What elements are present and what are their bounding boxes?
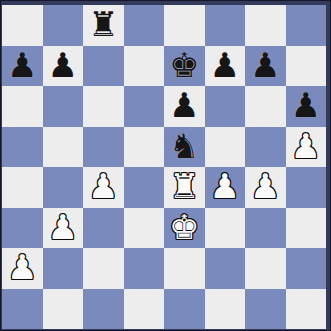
square-a8[interactable] bbox=[2, 5, 43, 46]
square-e1[interactable] bbox=[164, 289, 205, 330]
square-d8[interactable] bbox=[124, 5, 165, 46]
chess-board: ♜♟♟♚♟♟♟♟♞♟♟♜♟♟♟♚♟ bbox=[2, 5, 326, 329]
square-f3[interactable] bbox=[205, 208, 246, 249]
square-g7[interactable]: ♟ bbox=[245, 46, 286, 87]
square-c2[interactable] bbox=[83, 248, 124, 289]
black-pawn[interactable]: ♟ bbox=[291, 88, 321, 122]
square-h2[interactable] bbox=[286, 248, 327, 289]
square-c8[interactable]: ♜ bbox=[83, 5, 124, 46]
square-h7[interactable] bbox=[286, 46, 327, 87]
square-h8[interactable] bbox=[286, 5, 327, 46]
square-g3[interactable] bbox=[245, 208, 286, 249]
square-f6[interactable] bbox=[205, 86, 246, 127]
square-a1[interactable] bbox=[2, 289, 43, 330]
white-pawn[interactable]: ♟ bbox=[88, 169, 118, 203]
square-d5[interactable] bbox=[124, 127, 165, 168]
square-a7[interactable]: ♟ bbox=[2, 46, 43, 87]
square-d7[interactable] bbox=[124, 46, 165, 87]
square-a4[interactable] bbox=[2, 167, 43, 208]
square-b1[interactable] bbox=[43, 289, 84, 330]
square-f7[interactable]: ♟ bbox=[205, 46, 246, 87]
black-king[interactable]: ♚ bbox=[169, 48, 199, 82]
black-pawn[interactable]: ♟ bbox=[250, 48, 280, 82]
square-a3[interactable] bbox=[2, 208, 43, 249]
square-g5[interactable] bbox=[245, 127, 286, 168]
square-h4[interactable] bbox=[286, 167, 327, 208]
black-pawn[interactable]: ♟ bbox=[210, 48, 240, 82]
white-pawn[interactable]: ♟ bbox=[250, 169, 280, 203]
square-b4[interactable] bbox=[43, 167, 84, 208]
square-g4[interactable]: ♟ bbox=[245, 167, 286, 208]
square-e8[interactable] bbox=[164, 5, 205, 46]
square-c6[interactable] bbox=[83, 86, 124, 127]
square-d6[interactable] bbox=[124, 86, 165, 127]
square-f1[interactable] bbox=[205, 289, 246, 330]
square-d4[interactable] bbox=[124, 167, 165, 208]
square-b5[interactable] bbox=[43, 127, 84, 168]
square-e7[interactable]: ♚ bbox=[164, 46, 205, 87]
square-d2[interactable] bbox=[124, 248, 165, 289]
square-d1[interactable] bbox=[124, 289, 165, 330]
black-pawn[interactable]: ♟ bbox=[48, 48, 78, 82]
white-rook[interactable]: ♜ bbox=[169, 169, 199, 203]
square-b3[interactable]: ♟ bbox=[43, 208, 84, 249]
square-h3[interactable] bbox=[286, 208, 327, 249]
square-a6[interactable] bbox=[2, 86, 43, 127]
square-a5[interactable] bbox=[2, 127, 43, 168]
square-d3[interactable] bbox=[124, 208, 165, 249]
white-pawn[interactable]: ♟ bbox=[7, 250, 37, 284]
square-b7[interactable]: ♟ bbox=[43, 46, 84, 87]
square-f5[interactable] bbox=[205, 127, 246, 168]
white-king[interactable]: ♚ bbox=[169, 210, 199, 244]
square-h6[interactable]: ♟ bbox=[286, 86, 327, 127]
square-b8[interactable] bbox=[43, 5, 84, 46]
square-b2[interactable] bbox=[43, 248, 84, 289]
black-knight[interactable]: ♞ bbox=[169, 129, 199, 163]
square-e2[interactable] bbox=[164, 248, 205, 289]
square-g2[interactable] bbox=[245, 248, 286, 289]
square-f4[interactable]: ♟ bbox=[205, 167, 246, 208]
square-e4[interactable]: ♜ bbox=[164, 167, 205, 208]
white-pawn[interactable]: ♟ bbox=[210, 169, 240, 203]
square-g8[interactable] bbox=[245, 5, 286, 46]
square-g1[interactable] bbox=[245, 289, 286, 330]
square-e6[interactable]: ♟ bbox=[164, 86, 205, 127]
black-rook[interactable]: ♜ bbox=[88, 7, 118, 41]
square-a2[interactable]: ♟ bbox=[2, 248, 43, 289]
square-c5[interactable] bbox=[83, 127, 124, 168]
white-pawn[interactable]: ♟ bbox=[291, 129, 321, 163]
black-pawn[interactable]: ♟ bbox=[7, 48, 37, 82]
board-frame: ♜♟♟♚♟♟♟♟♞♟♟♜♟♟♟♚♟ bbox=[0, 0, 331, 331]
square-b6[interactable] bbox=[43, 86, 84, 127]
square-h5[interactable]: ♟ bbox=[286, 127, 327, 168]
black-pawn[interactable]: ♟ bbox=[169, 88, 199, 122]
square-f2[interactable] bbox=[205, 248, 246, 289]
white-pawn[interactable]: ♟ bbox=[48, 210, 78, 244]
square-c4[interactable]: ♟ bbox=[83, 167, 124, 208]
square-h1[interactable] bbox=[286, 289, 327, 330]
square-f8[interactable] bbox=[205, 5, 246, 46]
square-c3[interactable] bbox=[83, 208, 124, 249]
square-e3[interactable]: ♚ bbox=[164, 208, 205, 249]
square-g6[interactable] bbox=[245, 86, 286, 127]
square-e5[interactable]: ♞ bbox=[164, 127, 205, 168]
square-c1[interactable] bbox=[83, 289, 124, 330]
square-c7[interactable] bbox=[83, 46, 124, 87]
